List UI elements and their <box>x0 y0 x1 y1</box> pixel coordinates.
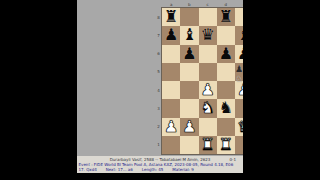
white-rook[interactable]: ♜ <box>199 136 217 154</box>
square-b4[interactable] <box>180 81 198 99</box>
square-a4[interactable] <box>162 81 180 99</box>
game-result: 0-1 <box>229 157 236 162</box>
coord-label: 7 <box>156 26 161 44</box>
game-length: Length: 45 <box>142 167 164 172</box>
black-pawn[interactable]: ♟ <box>217 45 235 63</box>
black-pawn[interactable]: ♟ <box>180 45 198 63</box>
captured-white-knight-icon: ♘ <box>235 74 243 84</box>
square-a6[interactable] <box>162 45 180 63</box>
square-a7[interactable]: ♟ <box>162 26 180 44</box>
black-pawn[interactable]: ♟ <box>162 26 180 44</box>
square-a2[interactable]: ♟ <box>162 118 180 136</box>
square-d6[interactable]: ♟ <box>217 45 235 63</box>
material-info: Material: 9 <box>172 167 193 172</box>
coord-label: c <box>199 2 217 7</box>
square-a5[interactable] <box>162 63 180 81</box>
square-c3[interactable]: ♞ <box>199 99 217 117</box>
square-d7[interactable] <box>217 26 235 44</box>
players-line: Durarbayli Vasif, 2588 -- Tabatabaei M A… <box>77 157 243 162</box>
square-b5[interactable] <box>180 63 198 81</box>
square-c7[interactable]: ♛ <box>199 26 217 44</box>
coord-label: 5 <box>156 63 161 81</box>
square-c5[interactable] <box>199 63 217 81</box>
rank-labels-left: 87654321 <box>156 8 161 154</box>
coord-label: 6 <box>156 45 161 63</box>
square-c1[interactable]: ♜ <box>199 136 217 154</box>
square-c4[interactable]: ♟ <box>199 81 217 99</box>
black-rook[interactable]: ♜ <box>162 8 180 26</box>
coord-label: b <box>180 2 198 7</box>
game-caption: Durarbayli Vasif, 2588 -- Tabatabaei M A… <box>77 156 243 173</box>
black-queen[interactable]: ♛ <box>199 26 217 44</box>
black-rook[interactable]: ♜ <box>217 8 235 26</box>
white-pawn[interactable]: ♟ <box>162 118 180 136</box>
black-knight[interactable]: ♞ <box>217 99 235 117</box>
white-pawn[interactable]: ♟ <box>180 118 198 136</box>
square-c2[interactable] <box>199 118 217 136</box>
square-c6[interactable] <box>199 45 217 63</box>
square-d1[interactable]: ♜ <box>217 136 235 154</box>
square-b8[interactable] <box>180 8 198 26</box>
square-b1[interactable] <box>180 136 198 154</box>
coord-label: 4 <box>156 81 161 99</box>
next-move: Next: 17... a6 <box>106 167 133 172</box>
white-rook[interactable]: ♜ <box>217 136 235 154</box>
square-c8[interactable] <box>199 8 217 26</box>
captured-black-pawn-icon: ♟ <box>235 64 243 74</box>
white-pawn[interactable]: ♟ <box>199 81 217 99</box>
move-info-line: 17. Qxd4 Next: 17... a6 Length: 45 Mater… <box>79 167 194 172</box>
player-names: Durarbayli Vasif, 2588 -- Tabatabaei M A… <box>110 157 211 162</box>
current-move: 17. Qxd4 <box>79 167 97 172</box>
square-b7[interactable]: ♝ <box>180 26 198 44</box>
square-b3[interactable] <box>180 99 198 117</box>
square-b2[interactable]: ♟ <box>180 118 198 136</box>
white-knight[interactable]: ♞ <box>199 99 217 117</box>
square-a1[interactable] <box>162 136 180 154</box>
coord-label: 1 <box>156 136 161 154</box>
letterbox-right <box>243 0 320 180</box>
event-line: Event : FIDE World Bl Team Pool A, Astan… <box>79 162 234 167</box>
video-frame: abcdefgh 87654321 ♜♜♚♟♝♛♝♟♟♟♟♟♞♟♟♟♝♞♞♞♟♟… <box>0 0 320 180</box>
chess-gui-panel: abcdefgh 87654321 ♜♜♚♟♝♛♝♟♟♟♟♟♞♟♟♟♝♞♞♞♟♟… <box>77 0 243 173</box>
square-a8[interactable]: ♜ <box>162 8 180 26</box>
square-b6[interactable]: ♟ <box>180 45 198 63</box>
black-bishop[interactable]: ♝ <box>180 26 198 44</box>
square-a3[interactable] <box>162 99 180 117</box>
letterbox-left <box>0 0 77 180</box>
square-d2[interactable] <box>217 118 235 136</box>
coord-label: 3 <box>156 99 161 117</box>
coord-label: 2 <box>156 118 161 136</box>
square-d8[interactable]: ♜ <box>217 8 235 26</box>
coord-label: 8 <box>156 8 161 26</box>
square-d3[interactable]: ♞ <box>217 99 235 117</box>
